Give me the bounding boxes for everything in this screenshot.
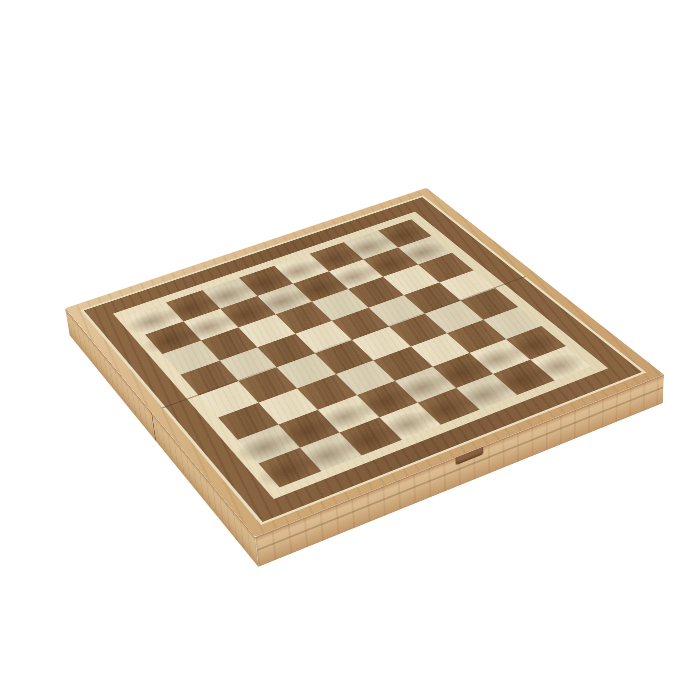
white-rook-icon: ♜ — [249, 369, 329, 474]
chess-board: ♜♞♝♛♚♝♞♜♟♟♟♟♟♟♟♟♟♟♟♟♟♟♟♟♜♞♝♛♚♝♞♜ — [65, 188, 664, 537]
hinge-seam — [151, 412, 156, 441]
product-photo-scene: ♜♞♝♛♚♝♞♜♟♟♟♟♟♟♟♟♟♟♟♟♟♟♟♟♜♞♝♛♚♝♞♜ — [0, 0, 700, 700]
